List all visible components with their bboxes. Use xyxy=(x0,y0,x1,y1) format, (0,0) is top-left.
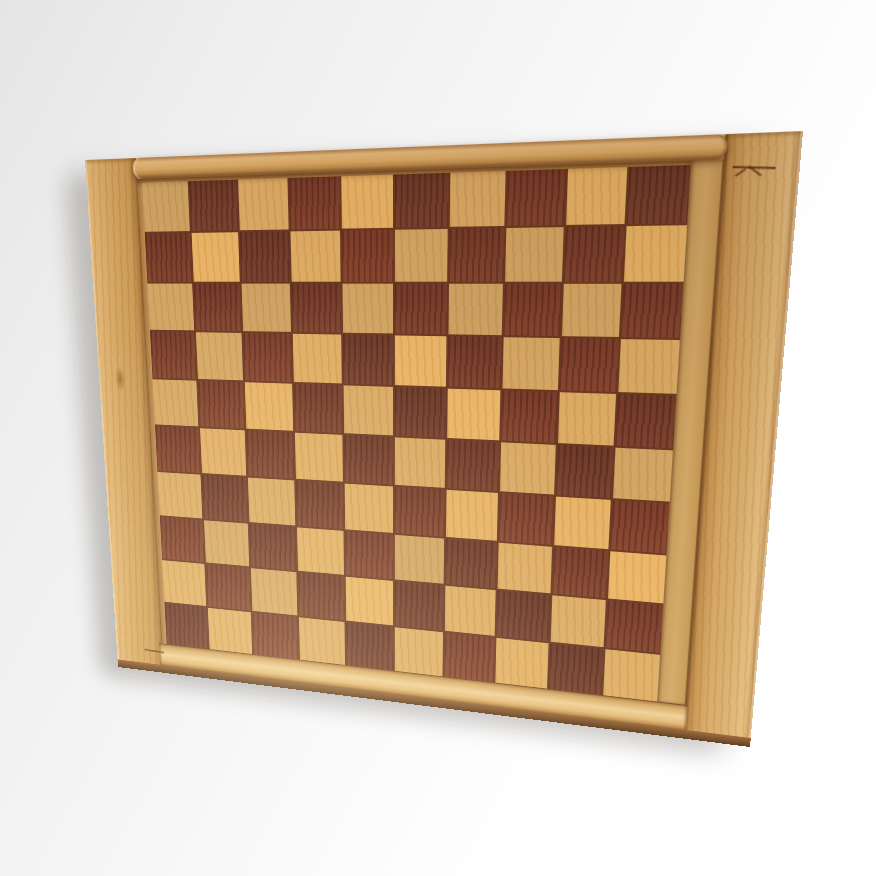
square-h8[interactable] xyxy=(504,283,561,336)
square-a3[interactable] xyxy=(160,517,205,563)
square-g7[interactable] xyxy=(448,337,502,389)
square-h4[interactable] xyxy=(499,493,553,545)
square-b7[interactable] xyxy=(196,333,243,381)
square-c5[interactable] xyxy=(247,430,294,478)
square-a5[interactable] xyxy=(155,426,200,473)
square-f9[interactable] xyxy=(395,229,448,282)
square-j1[interactable] xyxy=(603,649,660,701)
square-h2[interactable] xyxy=(497,591,550,642)
square-e8[interactable] xyxy=(342,283,393,334)
square-f1[interactable] xyxy=(395,627,443,676)
draughts-board xyxy=(85,131,803,747)
square-h5[interactable] xyxy=(500,442,555,494)
square-a10[interactable] xyxy=(142,181,190,231)
square-e1[interactable] xyxy=(346,622,393,670)
square-b5[interactable] xyxy=(200,428,246,475)
square-e7[interactable] xyxy=(343,335,393,385)
square-i8[interactable] xyxy=(561,283,621,337)
square-d8[interactable] xyxy=(291,283,341,333)
square-j5[interactable] xyxy=(613,448,673,502)
square-a4[interactable] xyxy=(158,472,203,518)
square-j2[interactable] xyxy=(605,601,663,654)
square-f6[interactable] xyxy=(395,387,446,438)
square-j10[interactable] xyxy=(626,165,690,224)
square-e5[interactable] xyxy=(344,435,393,485)
square-e9[interactable] xyxy=(342,230,393,282)
square-g3[interactable] xyxy=(446,538,498,588)
square-i7[interactable] xyxy=(560,339,619,393)
square-a8[interactable] xyxy=(147,283,194,331)
square-i9[interactable] xyxy=(564,226,625,281)
square-g10[interactable] xyxy=(450,171,506,227)
square-f5[interactable] xyxy=(395,437,446,487)
square-h6[interactable] xyxy=(502,391,558,443)
square-j9[interactable] xyxy=(624,225,687,281)
checkerboard-grid xyxy=(142,165,691,702)
square-d4[interactable] xyxy=(296,480,344,528)
square-e4[interactable] xyxy=(344,483,393,532)
square-j3[interactable] xyxy=(608,551,667,604)
square-b3[interactable] xyxy=(204,520,249,567)
square-a2[interactable] xyxy=(162,560,206,606)
square-d10[interactable] xyxy=(289,176,340,229)
square-c10[interactable] xyxy=(238,178,288,230)
square-j4[interactable] xyxy=(610,500,669,553)
square-f10[interactable] xyxy=(395,173,449,228)
square-g1[interactable] xyxy=(444,633,494,683)
square-b10[interactable] xyxy=(190,180,239,231)
square-j6[interactable] xyxy=(615,394,676,448)
square-f3[interactable] xyxy=(395,534,444,584)
square-f7[interactable] xyxy=(395,336,447,387)
square-c3[interactable] xyxy=(250,523,296,570)
square-b4[interactable] xyxy=(202,475,248,522)
square-b6[interactable] xyxy=(198,381,245,429)
square-e10[interactable] xyxy=(341,175,393,229)
square-f8[interactable] xyxy=(395,283,447,334)
square-h7[interactable] xyxy=(503,338,560,391)
square-h1[interactable] xyxy=(496,638,549,689)
square-e6[interactable] xyxy=(343,386,393,436)
square-e3[interactable] xyxy=(345,531,393,580)
square-f4[interactable] xyxy=(395,486,445,536)
square-d5[interactable] xyxy=(295,433,343,482)
square-c6[interactable] xyxy=(245,382,293,430)
square-c7[interactable] xyxy=(244,333,292,382)
square-i4[interactable] xyxy=(554,496,611,548)
square-c4[interactable] xyxy=(248,477,295,525)
square-d3[interactable] xyxy=(297,527,344,575)
square-j8[interactable] xyxy=(621,283,684,338)
square-f2[interactable] xyxy=(395,581,444,630)
square-g5[interactable] xyxy=(447,440,500,491)
square-i1[interactable] xyxy=(548,644,603,695)
square-i6[interactable] xyxy=(558,392,616,445)
square-i10[interactable] xyxy=(566,167,627,225)
square-g6[interactable] xyxy=(447,389,500,441)
square-b8[interactable] xyxy=(194,283,242,331)
square-b2[interactable] xyxy=(206,564,251,610)
square-h3[interactable] xyxy=(498,542,552,593)
square-d7[interactable] xyxy=(292,334,341,383)
square-g4[interactable] xyxy=(446,490,498,541)
square-e2[interactable] xyxy=(346,577,393,626)
square-h9[interactable] xyxy=(505,227,563,281)
square-d1[interactable] xyxy=(299,617,345,665)
square-g8[interactable] xyxy=(449,283,504,335)
square-d2[interactable] xyxy=(298,573,345,621)
square-c2[interactable] xyxy=(251,568,297,615)
square-i5[interactable] xyxy=(556,445,614,498)
photo-canvas xyxy=(0,0,876,876)
square-d9[interactable] xyxy=(290,230,340,281)
square-g9[interactable] xyxy=(449,228,504,281)
square-i2[interactable] xyxy=(550,596,605,648)
square-c1[interactable] xyxy=(253,613,298,660)
square-b9[interactable] xyxy=(192,232,240,281)
square-h10[interactable] xyxy=(507,169,566,226)
square-a1[interactable] xyxy=(165,603,209,648)
square-c8[interactable] xyxy=(242,283,291,332)
square-a9[interactable] xyxy=(145,233,192,282)
square-i3[interactable] xyxy=(552,547,608,599)
square-d6[interactable] xyxy=(294,384,343,433)
square-a6[interactable] xyxy=(153,379,199,426)
square-j7[interactable] xyxy=(618,339,680,394)
square-g2[interactable] xyxy=(445,586,496,636)
square-b1[interactable] xyxy=(208,608,252,654)
square-c9[interactable] xyxy=(240,231,289,281)
square-a7[interactable] xyxy=(150,332,196,379)
